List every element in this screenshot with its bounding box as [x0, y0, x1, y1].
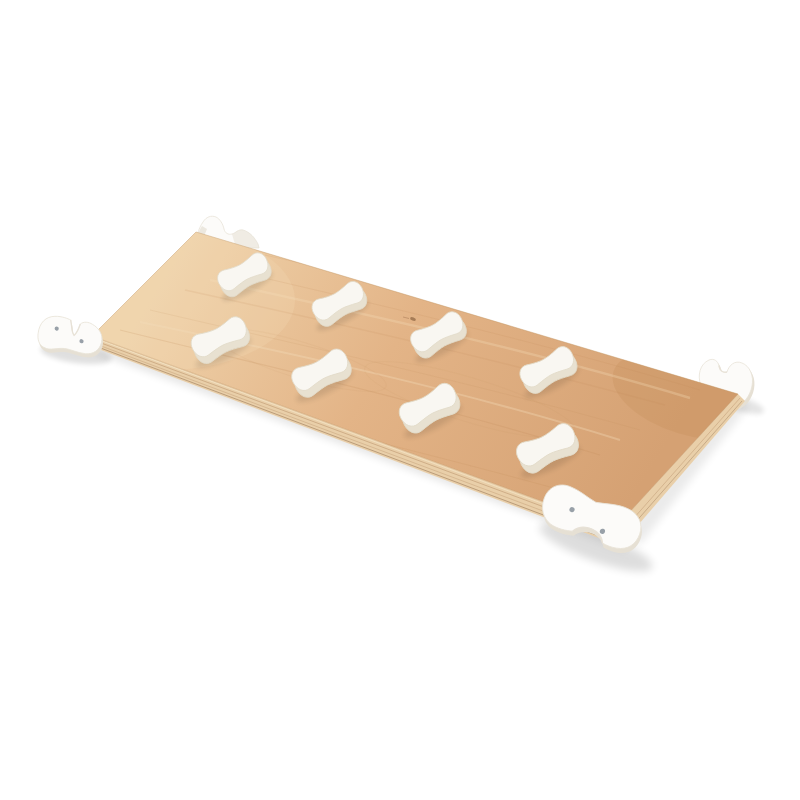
product-photo-canvas — [0, 0, 800, 800]
product-photo — [0, 0, 800, 800]
